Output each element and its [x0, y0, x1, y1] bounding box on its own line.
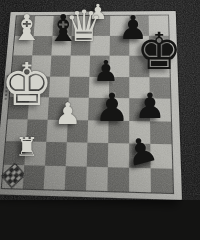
photo-scene: ♝♝♛♟♟♚♟♚♟♟♟♜♟: [0, 0, 200, 200]
piece-white-king[interactable]: ♚: [0, 55, 57, 114]
square-h3[interactable]: [44, 165, 66, 190]
square-h4[interactable]: [65, 166, 87, 191]
square-g3[interactable]: [45, 142, 67, 166]
square-c4[interactable]: [70, 56, 90, 77]
square-d4[interactable]: [69, 76, 90, 98]
square-h1[interactable]: [2, 164, 25, 188]
square-g5[interactable]: [87, 143, 109, 167]
piece-black-pawn[interactable]: ♟: [92, 57, 121, 86]
piece-white-rook[interactable]: ♜: [14, 134, 40, 160]
piece-black-king[interactable]: ♚: [134, 26, 185, 77]
corner-fiducial-marker: [2, 164, 24, 187]
square-h8[interactable]: [151, 168, 173, 193]
piece-white-pawn[interactable]: ♟: [53, 99, 83, 129]
square-g4[interactable]: [66, 142, 88, 166]
square-h5[interactable]: [86, 166, 108, 191]
piece-white-bishop[interactable]: ♝: [9, 10, 45, 46]
square-h6[interactable]: [107, 167, 129, 192]
piece-black-pawn[interactable]: ♟: [93, 88, 132, 127]
piece-white-queen[interactable]: ♛: [63, 5, 106, 48]
piece-black-pawn[interactable]: ♟: [133, 89, 168, 124]
square-h2[interactable]: [23, 165, 45, 190]
